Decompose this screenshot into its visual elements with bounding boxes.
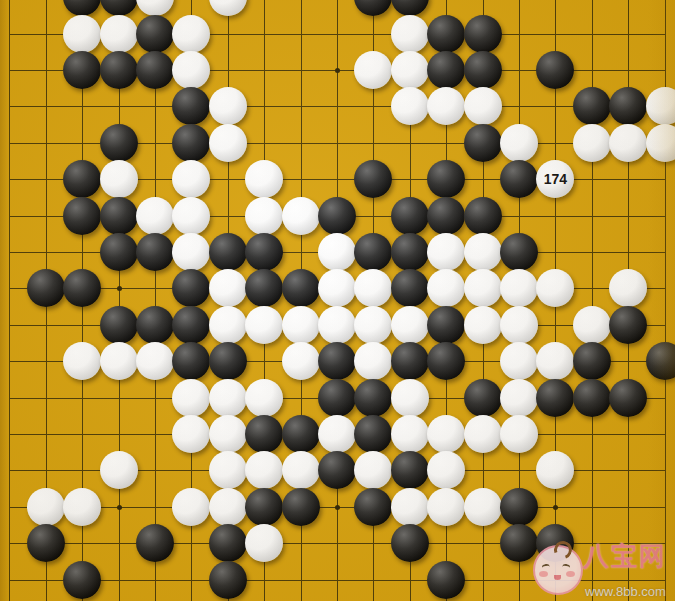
watermark-site-name: 八宝网 <box>583 539 667 574</box>
grid-line <box>9 0 10 601</box>
black-stone[interactable] <box>282 415 320 453</box>
white-stone[interactable] <box>391 87 429 125</box>
black-stone[interactable] <box>464 379 502 417</box>
star-point <box>553 505 558 510</box>
white-stone[interactable] <box>500 415 538 453</box>
black-stone[interactable] <box>282 488 320 526</box>
black-stone[interactable] <box>609 306 647 344</box>
white-stone[interactable] <box>209 87 247 125</box>
white-stone[interactable] <box>391 15 429 53</box>
white-stone[interactable] <box>209 451 247 489</box>
white-stone[interactable] <box>245 524 283 562</box>
white-stone[interactable] <box>172 160 210 198</box>
white-stone[interactable] <box>646 87 675 125</box>
black-stone[interactable] <box>136 524 174 562</box>
white-stone[interactable] <box>536 451 574 489</box>
white-stone[interactable] <box>209 0 247 16</box>
white-stone[interactable] <box>464 87 502 125</box>
white-stone[interactable] <box>245 451 283 489</box>
white-stone[interactable] <box>427 233 465 271</box>
white-stone[interactable] <box>391 306 429 344</box>
white-stone[interactable] <box>464 269 502 307</box>
black-stone[interactable] <box>100 233 138 271</box>
black-stone[interactable] <box>318 379 356 417</box>
black-stone[interactable] <box>536 51 574 89</box>
white-stone[interactable] <box>354 342 392 380</box>
black-stone[interactable] <box>63 197 101 235</box>
white-stone[interactable] <box>245 197 283 235</box>
white-stone[interactable] <box>209 124 247 162</box>
black-stone[interactable] <box>500 488 538 526</box>
black-stone[interactable] <box>464 15 502 53</box>
black-stone[interactable] <box>209 524 247 562</box>
white-stone[interactable] <box>464 233 502 271</box>
black-stone[interactable] <box>573 379 611 417</box>
black-stone[interactable] <box>100 124 138 162</box>
grid-line <box>9 580 664 581</box>
white-stone[interactable] <box>172 415 210 453</box>
black-stone[interactable] <box>573 87 611 125</box>
black-stone[interactable] <box>63 269 101 307</box>
black-stone[interactable] <box>63 561 101 599</box>
black-stone[interactable] <box>427 160 465 198</box>
white-stone[interactable] <box>500 306 538 344</box>
black-stone[interactable] <box>391 451 429 489</box>
black-stone[interactable] <box>427 15 465 53</box>
go-board[interactable]: 174 八宝网 www.8bb.com <box>0 0 675 601</box>
white-stone[interactable] <box>573 306 611 344</box>
black-stone[interactable] <box>209 561 247 599</box>
white-stone[interactable] <box>100 342 138 380</box>
star-point <box>117 505 122 510</box>
star-point <box>335 68 340 73</box>
white-stone[interactable] <box>573 124 611 162</box>
black-stone[interactable] <box>573 342 611 380</box>
black-stone[interactable] <box>245 269 283 307</box>
white-stone[interactable] <box>609 124 647 162</box>
white-stone[interactable] <box>646 124 675 162</box>
white-stone[interactable] <box>318 233 356 271</box>
black-stone[interactable] <box>464 124 502 162</box>
white-stone[interactable] <box>391 379 429 417</box>
black-stone[interactable] <box>464 51 502 89</box>
black-stone[interactable] <box>100 197 138 235</box>
black-stone[interactable] <box>100 51 138 89</box>
black-stone[interactable] <box>354 0 392 16</box>
white-stone[interactable] <box>100 15 138 53</box>
black-stone[interactable] <box>136 15 174 53</box>
white-stone[interactable] <box>536 342 574 380</box>
black-stone[interactable] <box>391 524 429 562</box>
grid-line <box>155 0 156 601</box>
white-stone[interactable] <box>209 269 247 307</box>
black-stone[interactable] <box>354 379 392 417</box>
white-stone[interactable] <box>27 488 65 526</box>
black-stone[interactable] <box>172 124 210 162</box>
black-stone[interactable] <box>318 342 356 380</box>
white-stone[interactable] <box>245 160 283 198</box>
white-stone-move-174[interactable]: 174 <box>536 160 574 198</box>
white-stone[interactable] <box>427 87 465 125</box>
black-stone[interactable] <box>318 451 356 489</box>
black-stone[interactable] <box>391 269 429 307</box>
white-stone[interactable] <box>354 306 392 344</box>
white-stone[interactable] <box>172 197 210 235</box>
white-stone[interactable] <box>282 306 320 344</box>
black-stone[interactable] <box>63 51 101 89</box>
white-stone[interactable] <box>172 51 210 89</box>
grid-line <box>9 106 664 107</box>
white-stone[interactable] <box>282 451 320 489</box>
white-stone[interactable] <box>427 415 465 453</box>
black-stone[interactable] <box>172 87 210 125</box>
black-stone[interactable] <box>391 197 429 235</box>
black-stone[interactable] <box>536 379 574 417</box>
black-stone[interactable] <box>318 197 356 235</box>
grid-line <box>119 0 120 601</box>
black-stone[interactable] <box>136 51 174 89</box>
white-stone[interactable] <box>282 197 320 235</box>
blush-icon <box>539 571 548 577</box>
white-stone[interactable] <box>391 488 429 526</box>
black-stone[interactable] <box>100 306 138 344</box>
black-stone[interactable] <box>245 233 283 271</box>
black-stone[interactable] <box>354 488 392 526</box>
white-stone[interactable] <box>100 451 138 489</box>
white-stone[interactable] <box>391 415 429 453</box>
white-stone[interactable] <box>100 160 138 198</box>
white-stone[interactable] <box>136 342 174 380</box>
white-stone[interactable] <box>245 306 283 344</box>
white-stone[interactable] <box>427 451 465 489</box>
white-stone[interactable] <box>63 342 101 380</box>
white-stone[interactable] <box>464 415 502 453</box>
white-stone[interactable] <box>172 15 210 53</box>
white-stone[interactable] <box>209 379 247 417</box>
black-stone[interactable] <box>427 306 465 344</box>
white-stone[interactable] <box>172 379 210 417</box>
white-stone[interactable] <box>318 269 356 307</box>
black-stone[interactable] <box>427 342 465 380</box>
black-stone[interactable] <box>172 269 210 307</box>
black-stone[interactable] <box>536 524 574 562</box>
black-stone[interactable] <box>500 160 538 198</box>
white-stone[interactable] <box>609 269 647 307</box>
black-stone[interactable] <box>282 269 320 307</box>
white-stone[interactable] <box>427 488 465 526</box>
eye-icon <box>542 563 551 571</box>
black-stone[interactable] <box>609 87 647 125</box>
watermark-url: www.8bb.com <box>585 584 666 599</box>
black-stone[interactable] <box>427 51 465 89</box>
black-stone[interactable] <box>136 233 174 271</box>
black-stone[interactable] <box>609 379 647 417</box>
move-number-label: 174 <box>544 172 567 186</box>
black-stone[interactable] <box>27 269 65 307</box>
white-stone[interactable] <box>500 269 538 307</box>
white-stone[interactable] <box>500 379 538 417</box>
black-stone[interactable] <box>646 342 675 380</box>
black-stone[interactable] <box>172 342 210 380</box>
black-stone[interactable] <box>427 561 465 599</box>
white-stone[interactable] <box>318 415 356 453</box>
white-stone[interactable] <box>354 451 392 489</box>
white-stone[interactable] <box>500 342 538 380</box>
white-stone[interactable] <box>282 342 320 380</box>
black-stone[interactable] <box>354 160 392 198</box>
white-stone[interactable] <box>500 124 538 162</box>
star-point <box>117 286 122 291</box>
white-stone[interactable] <box>63 488 101 526</box>
blush-icon <box>566 571 575 577</box>
white-stone[interactable] <box>209 488 247 526</box>
eye-icon <box>562 563 571 571</box>
white-stone[interactable] <box>354 51 392 89</box>
black-stone[interactable] <box>209 233 247 271</box>
black-stone[interactable] <box>27 524 65 562</box>
star-point <box>335 505 340 510</box>
white-stone[interactable] <box>63 15 101 53</box>
black-stone[interactable] <box>500 233 538 271</box>
white-stone[interactable] <box>172 233 210 271</box>
white-stone[interactable] <box>318 306 356 344</box>
white-stone[interactable] <box>427 269 465 307</box>
white-stone[interactable] <box>536 269 574 307</box>
white-stone[interactable] <box>136 197 174 235</box>
black-stone[interactable] <box>500 524 538 562</box>
white-stone[interactable] <box>245 379 283 417</box>
black-stone[interactable] <box>464 197 502 235</box>
white-stone[interactable] <box>209 306 247 344</box>
black-stone[interactable] <box>354 415 392 453</box>
white-stone[interactable] <box>354 269 392 307</box>
black-stone[interactable] <box>245 488 283 526</box>
black-stone[interactable] <box>427 197 465 235</box>
black-stone[interactable] <box>391 342 429 380</box>
black-stone[interactable] <box>63 160 101 198</box>
black-stone[interactable] <box>354 233 392 271</box>
black-stone[interactable] <box>209 342 247 380</box>
white-stone[interactable] <box>464 306 502 344</box>
white-stone[interactable] <box>391 51 429 89</box>
black-stone[interactable] <box>391 233 429 271</box>
black-stone[interactable] <box>136 306 174 344</box>
white-stone[interactable] <box>464 488 502 526</box>
black-stone[interactable] <box>172 306 210 344</box>
black-stone[interactable] <box>245 415 283 453</box>
white-stone[interactable] <box>172 488 210 526</box>
white-stone[interactable] <box>209 415 247 453</box>
